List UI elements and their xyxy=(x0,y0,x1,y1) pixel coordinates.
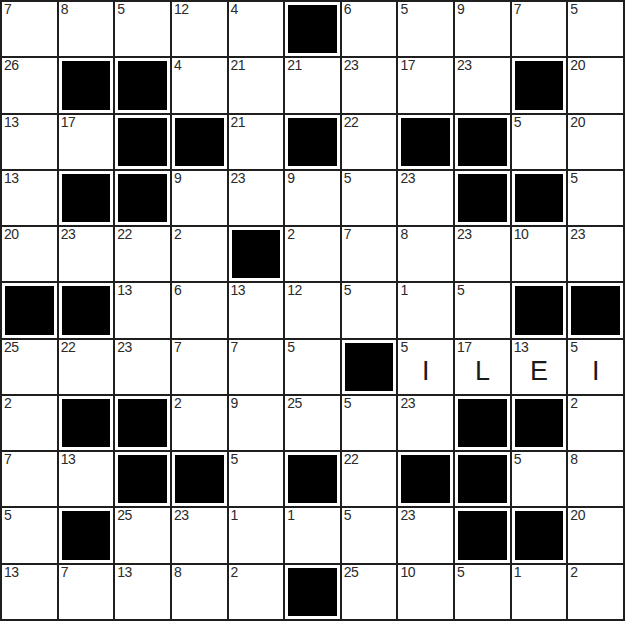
clue-number: 2 xyxy=(287,227,294,242)
cell-r9c10[interactable]: 5 xyxy=(512,452,567,506)
clue-number: 9 xyxy=(231,396,238,411)
black-cell-block xyxy=(175,455,224,503)
cell-r8c9 xyxy=(455,396,510,450)
clue-number: 17 xyxy=(61,115,76,130)
clue-number: 5 xyxy=(570,2,577,17)
black-cell-block xyxy=(232,230,281,278)
clue-number: 20 xyxy=(570,115,585,130)
cell-r11c4[interactable]: 8 xyxy=(172,565,227,619)
cell-r11c10[interactable]: 1 xyxy=(512,565,567,619)
given-letter: E xyxy=(512,352,567,392)
black-cell-block xyxy=(288,568,337,616)
cell-r6c7[interactable]: 5 xyxy=(342,283,397,337)
clue-number: 17 xyxy=(400,58,415,73)
codeword-board: 7851246597526421212317232013172122520139… xyxy=(0,0,625,621)
clue-number: 9 xyxy=(174,171,181,186)
black-cell-block xyxy=(118,455,167,503)
cell-r1c7[interactable]: 6 xyxy=(342,2,397,56)
cell-r1c9[interactable]: 9 xyxy=(455,2,510,56)
black-cell-block xyxy=(288,118,337,166)
clue-number: 10 xyxy=(400,565,415,580)
cell-r7c10[interactable]: 13E xyxy=(512,340,567,394)
cell-r8c6[interactable]: 25 xyxy=(285,396,340,450)
cell-r2c6[interactable]: 21 xyxy=(285,58,340,112)
clue-number: 5 xyxy=(400,2,407,17)
given-letter: I xyxy=(398,352,453,392)
cell-r1c2[interactable]: 8 xyxy=(59,2,114,56)
clue-number: 1 xyxy=(231,508,238,523)
clue-number: 25 xyxy=(4,340,19,355)
black-cell-block xyxy=(571,286,620,334)
cell-r10c2 xyxy=(59,508,114,562)
cell-r7c6[interactable]: 5 xyxy=(285,340,340,394)
cell-r6c9[interactable]: 5 xyxy=(455,283,510,337)
clue-number: 23 xyxy=(174,508,189,523)
cell-r8c7[interactable]: 5 xyxy=(342,396,397,450)
cell-r2c11[interactable]: 20 xyxy=(568,58,623,112)
clue-number: 22 xyxy=(61,340,76,355)
clue-number: 12 xyxy=(174,2,189,17)
clue-number: 5 xyxy=(344,508,351,523)
clue-number: 23 xyxy=(117,340,132,355)
cell-r7c1[interactable]: 25 xyxy=(2,340,57,394)
black-cell-block xyxy=(458,118,507,166)
black-cell-block xyxy=(175,118,224,166)
cell-r2c4[interactable]: 4 xyxy=(172,58,227,112)
clue-number: 13 xyxy=(231,283,246,298)
cell-r6c1 xyxy=(2,283,57,337)
cell-r11c9[interactable]: 5 xyxy=(455,565,510,619)
clue-number: 5 xyxy=(4,508,11,523)
clue-number: 23 xyxy=(61,227,76,242)
cell-r5c4[interactable]: 2 xyxy=(172,227,227,281)
cell-r9c2[interactable]: 13 xyxy=(59,452,114,506)
black-cell-block xyxy=(458,511,507,559)
clue-number: 6 xyxy=(344,2,351,17)
cell-r7c11[interactable]: 5I xyxy=(568,340,623,394)
black-cell-block xyxy=(515,399,564,447)
cell-r8c3 xyxy=(115,396,170,450)
cell-r5c1[interactable]: 20 xyxy=(2,227,57,281)
clue-number: 20 xyxy=(4,227,19,242)
clue-number: 1 xyxy=(514,565,521,580)
cell-r1c10[interactable]: 7 xyxy=(512,2,567,56)
cell-r2c8[interactable]: 17 xyxy=(398,58,453,112)
black-cell-block xyxy=(62,174,111,222)
clue-number: 1 xyxy=(287,508,294,523)
clue-number: 25 xyxy=(117,508,132,523)
clue-number: 7 xyxy=(4,452,11,467)
cell-r6c5[interactable]: 13 xyxy=(229,283,284,337)
clue-number: 7 xyxy=(174,340,181,355)
cell-r10c5[interactable]: 1 xyxy=(229,508,284,562)
cell-r3c2[interactable]: 17 xyxy=(59,115,114,169)
clue-number: 13 xyxy=(117,283,132,298)
black-cell-block xyxy=(458,399,507,447)
clue-number: 5 xyxy=(457,565,464,580)
clue-number: 5 xyxy=(344,396,351,411)
clue-number: 10 xyxy=(514,227,529,242)
cell-r2c1[interactable]: 26 xyxy=(2,58,57,112)
clue-number: 21 xyxy=(287,58,302,73)
cell-r7c2[interactable]: 22 xyxy=(59,340,114,394)
codeword-puzzle: 7851246597526421212317232013172122520139… xyxy=(0,0,625,621)
clue-number: 23 xyxy=(457,58,472,73)
black-cell-block xyxy=(118,61,167,109)
cell-r5c10[interactable]: 10 xyxy=(512,227,567,281)
clue-number: 4 xyxy=(174,58,181,73)
cell-r5c11[interactable]: 23 xyxy=(568,227,623,281)
clue-number: 13 xyxy=(4,115,19,130)
clue-number: 5 xyxy=(344,283,351,298)
cell-r2c10 xyxy=(512,58,567,112)
black-cell-block xyxy=(515,286,564,334)
cell-r4c6[interactable]: 9 xyxy=(285,171,340,225)
clue-number: 5 xyxy=(514,452,521,467)
black-cell-block xyxy=(62,511,111,559)
black-cell-block xyxy=(345,343,394,391)
cell-r8c4[interactable]: 2 xyxy=(172,396,227,450)
clue-number: 1 xyxy=(400,283,407,298)
cell-r7c5[interactable]: 7 xyxy=(229,340,284,394)
clue-number: 4 xyxy=(231,2,238,17)
clue-number: 5 xyxy=(231,452,238,467)
clue-number: 21 xyxy=(231,115,246,130)
clue-number: 8 xyxy=(61,2,68,17)
cell-r11c2[interactable]: 7 xyxy=(59,565,114,619)
cell-r4c9 xyxy=(455,171,510,225)
clue-number: 23 xyxy=(231,171,246,186)
cell-r1c3[interactable]: 5 xyxy=(115,2,170,56)
cell-r1c8[interactable]: 5 xyxy=(398,2,453,56)
clue-number: 5 xyxy=(287,340,294,355)
clue-number: 8 xyxy=(174,565,181,580)
clue-number: 7 xyxy=(344,227,351,242)
clue-number: 12 xyxy=(287,283,302,298)
cell-r3c4 xyxy=(172,115,227,169)
cell-r5c8[interactable]: 8 xyxy=(398,227,453,281)
cell-r4c10 xyxy=(512,171,567,225)
cell-r6c4[interactable]: 6 xyxy=(172,283,227,337)
clue-number: 2 xyxy=(570,396,577,411)
cell-r2c2 xyxy=(59,58,114,112)
cell-r3c8 xyxy=(398,115,453,169)
cell-r9c4 xyxy=(172,452,227,506)
clue-number: 22 xyxy=(117,227,132,242)
clue-number: 6 xyxy=(174,283,181,298)
black-cell-block xyxy=(118,118,167,166)
cell-r11c11[interactable]: 2 xyxy=(568,565,623,619)
clue-number: 13 xyxy=(61,452,76,467)
cell-r10c10 xyxy=(512,508,567,562)
black-cell-block xyxy=(515,61,564,109)
clue-number: 2 xyxy=(570,565,577,580)
black-cell-block xyxy=(62,61,111,109)
cell-r1c4[interactable]: 12 xyxy=(172,2,227,56)
clue-number: 20 xyxy=(570,58,585,73)
cell-r1c5[interactable]: 4 xyxy=(229,2,284,56)
given-letter: I xyxy=(568,352,623,392)
cell-r7c3[interactable]: 23 xyxy=(115,340,170,394)
cell-r5c3[interactable]: 22 xyxy=(115,227,170,281)
clue-number: 22 xyxy=(344,115,359,130)
cell-r9c3 xyxy=(115,452,170,506)
cell-r8c10 xyxy=(512,396,567,450)
black-cell-block xyxy=(288,455,337,503)
clue-number: 9 xyxy=(457,2,464,17)
cell-r11c5[interactable]: 2 xyxy=(229,565,284,619)
clue-number: 7 xyxy=(514,2,521,17)
cell-r8c11[interactable]: 2 xyxy=(568,396,623,450)
cell-r3c3 xyxy=(115,115,170,169)
cell-r3c9 xyxy=(455,115,510,169)
clue-number: 13 xyxy=(4,171,19,186)
cell-r3c6 xyxy=(285,115,340,169)
cell-r10c11[interactable]: 20 xyxy=(568,508,623,562)
cell-r10c6[interactable]: 1 xyxy=(285,508,340,562)
cell-r2c3 xyxy=(115,58,170,112)
cell-r9c1[interactable]: 7 xyxy=(2,452,57,506)
clue-number: 5 xyxy=(457,283,464,298)
cell-r6c10 xyxy=(512,283,567,337)
clue-number: 25 xyxy=(344,565,359,580)
clue-number: 5 xyxy=(117,2,124,17)
cell-r9c11[interactable]: 8 xyxy=(568,452,623,506)
cell-r5c5 xyxy=(229,227,284,281)
cell-r7c8[interactable]: 5I xyxy=(398,340,453,394)
cell-r7c4[interactable]: 7 xyxy=(172,340,227,394)
cell-r11c3[interactable]: 13 xyxy=(115,565,170,619)
black-cell-block xyxy=(288,5,337,53)
clue-number: 23 xyxy=(400,508,415,523)
clue-number: 22 xyxy=(344,452,359,467)
cell-r4c3 xyxy=(115,171,170,225)
cell-r3c1[interactable]: 13 xyxy=(2,115,57,169)
clue-number: 23 xyxy=(400,396,415,411)
cell-r11c6 xyxy=(285,565,340,619)
cell-r9c9 xyxy=(455,452,510,506)
cell-r9c7[interactable]: 22 xyxy=(342,452,397,506)
clue-number: 2 xyxy=(174,396,181,411)
clue-number: 2 xyxy=(4,396,11,411)
black-cell-block xyxy=(62,286,111,334)
clue-number: 9 xyxy=(287,171,294,186)
clue-number: 2 xyxy=(174,227,181,242)
cell-r4c2 xyxy=(59,171,114,225)
cell-r10c7[interactable]: 5 xyxy=(342,508,397,562)
cell-r11c7[interactable]: 25 xyxy=(342,565,397,619)
clue-number: 26 xyxy=(4,58,19,73)
black-cell-block xyxy=(401,455,450,503)
cell-r9c8 xyxy=(398,452,453,506)
cell-r5c7[interactable]: 7 xyxy=(342,227,397,281)
cell-r6c11 xyxy=(568,283,623,337)
cell-r4c1[interactable]: 13 xyxy=(2,171,57,225)
clue-number: 5 xyxy=(514,115,521,130)
cell-r1c1[interactable]: 7 xyxy=(2,2,57,56)
cell-r3c11[interactable]: 20 xyxy=(568,115,623,169)
black-cell-block xyxy=(401,118,450,166)
cell-r8c8[interactable]: 23 xyxy=(398,396,453,450)
clue-number: 13 xyxy=(4,565,19,580)
clue-number: 8 xyxy=(400,227,407,242)
cell-r3c7[interactable]: 22 xyxy=(342,115,397,169)
cell-r7c7 xyxy=(342,340,397,394)
cell-r9c5[interactable]: 5 xyxy=(229,452,284,506)
cell-r1c11[interactable]: 5 xyxy=(568,2,623,56)
black-cell-block xyxy=(118,174,167,222)
clue-number: 25 xyxy=(287,396,302,411)
black-cell-block xyxy=(458,174,507,222)
clue-number: 7 xyxy=(61,565,68,580)
black-cell-block xyxy=(515,511,564,559)
cell-r8c2 xyxy=(59,396,114,450)
clue-number: 2 xyxy=(231,565,238,580)
clue-number: 13 xyxy=(117,565,132,580)
clue-number: 23 xyxy=(457,227,472,242)
cell-r9c6 xyxy=(285,452,340,506)
clue-number: 8 xyxy=(570,452,577,467)
cell-r6c3[interactable]: 13 xyxy=(115,283,170,337)
cell-r8c1[interactable]: 2 xyxy=(2,396,57,450)
cell-r11c1[interactable]: 13 xyxy=(2,565,57,619)
clue-number: 7 xyxy=(4,2,11,17)
cell-r7c9[interactable]: 17L xyxy=(455,340,510,394)
cell-r2c5[interactable]: 21 xyxy=(229,58,284,112)
clue-number: 20 xyxy=(570,508,585,523)
clue-number: 5 xyxy=(570,171,577,186)
cell-r2c9[interactable]: 23 xyxy=(455,58,510,112)
cell-r8c5[interactable]: 9 xyxy=(229,396,284,450)
cell-r5c6[interactable]: 2 xyxy=(285,227,340,281)
cell-r3c5[interactable]: 21 xyxy=(229,115,284,169)
black-cell-block xyxy=(458,455,507,503)
black-cell-block xyxy=(5,286,54,334)
cell-r10c8[interactable]: 23 xyxy=(398,508,453,562)
cell-r10c3[interactable]: 25 xyxy=(115,508,170,562)
black-cell-block xyxy=(515,174,564,222)
cell-r10c9 xyxy=(455,508,510,562)
black-cell-block xyxy=(118,399,167,447)
cell-r5c9[interactable]: 23 xyxy=(455,227,510,281)
cell-r11c8[interactable]: 10 xyxy=(398,565,453,619)
cell-r4c11[interactable]: 5 xyxy=(568,171,623,225)
cell-r3c10[interactable]: 5 xyxy=(512,115,567,169)
cell-r6c6[interactable]: 12 xyxy=(285,283,340,337)
clue-number: 23 xyxy=(344,58,359,73)
clue-number: 5 xyxy=(344,171,351,186)
cell-r4c8[interactable]: 23 xyxy=(398,171,453,225)
cell-r4c4[interactable]: 9 xyxy=(172,171,227,225)
clue-number: 23 xyxy=(570,227,585,242)
cell-r1c6 xyxy=(285,2,340,56)
clue-number: 7 xyxy=(231,340,238,355)
clue-number: 21 xyxy=(231,58,246,73)
cell-r4c7[interactable]: 5 xyxy=(342,171,397,225)
cell-r4c5[interactable]: 23 xyxy=(229,171,284,225)
cell-r10c4[interactable]: 23 xyxy=(172,508,227,562)
black-cell-block xyxy=(62,399,111,447)
cell-r10c1[interactable]: 5 xyxy=(2,508,57,562)
given-letter: L xyxy=(455,352,510,392)
cell-r6c2 xyxy=(59,283,114,337)
cell-r5c2[interactable]: 23 xyxy=(59,227,114,281)
cell-r6c8[interactable]: 1 xyxy=(398,283,453,337)
cell-r2c7[interactable]: 23 xyxy=(342,58,397,112)
clue-number: 23 xyxy=(400,171,415,186)
